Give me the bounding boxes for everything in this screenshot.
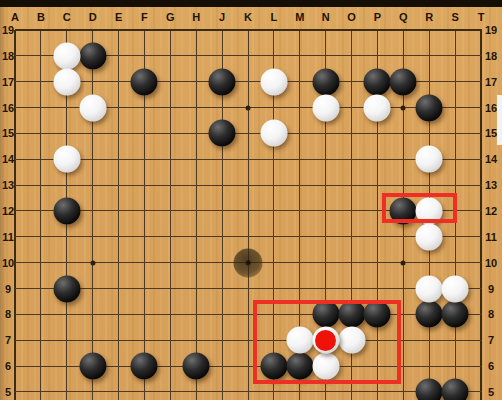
star-point [401, 105, 406, 110]
row-label-left: 13 [2, 180, 14, 191]
row-label-left: 9 [5, 283, 11, 294]
row-label-left: 11 [2, 231, 14, 242]
star-point [246, 261, 250, 265]
black-stone[interactable] [183, 353, 210, 380]
board-grid-line [15, 288, 482, 289]
white-stone[interactable] [364, 94, 391, 121]
board-grid-line [15, 29, 482, 31]
column-label: S [451, 12, 458, 23]
board-grid-line [15, 236, 482, 237]
black-stone[interactable] [364, 68, 391, 95]
white-stone[interactable] [260, 68, 287, 95]
highlight-rectangle [253, 300, 401, 384]
board-grid-line [15, 314, 482, 315]
black-stone[interactable] [53, 197, 80, 224]
white-stone[interactable] [442, 275, 469, 302]
column-label: H [192, 12, 200, 23]
ghost-stone[interactable] [234, 248, 263, 277]
column-label: Q [399, 12, 408, 23]
white-stone[interactable] [260, 120, 287, 147]
black-stone[interactable] [416, 378, 443, 400]
highlight-rectangle [382, 193, 457, 223]
black-stone[interactable] [209, 120, 236, 147]
column-label: J [219, 12, 225, 23]
board-grid-line [170, 30, 171, 400]
black-stone[interactable] [312, 68, 339, 95]
row-label-right: 6 [488, 361, 494, 372]
row-label-right: 10 [485, 257, 497, 268]
row-label-right: 15 [485, 128, 497, 139]
column-label: O [347, 12, 356, 23]
board-grid-line [15, 391, 482, 392]
row-label-left: 12 [2, 205, 14, 216]
board-grid-line [480, 30, 482, 400]
board-grid-line [15, 133, 482, 134]
column-label: D [89, 12, 97, 23]
board-grid-line [15, 340, 482, 341]
black-stone[interactable] [79, 353, 106, 380]
row-label-left: 5 [5, 386, 11, 397]
black-stone[interactable] [53, 275, 80, 302]
column-label: L [271, 12, 278, 23]
board-grid-line [92, 30, 93, 400]
row-label-left: 10 [2, 257, 14, 268]
row-label-right: 17 [485, 76, 497, 87]
right-edge-artifact [497, 95, 502, 145]
black-stone[interactable] [442, 301, 469, 328]
white-stone[interactable] [79, 94, 106, 121]
star-point [401, 260, 406, 265]
top-bar [0, 0, 502, 7]
row-label-left: 16 [2, 102, 14, 113]
board-grid-line [40, 30, 41, 400]
white-stone[interactable] [416, 223, 443, 250]
star-point [90, 260, 95, 265]
black-stone[interactable] [131, 353, 158, 380]
white-stone[interactable] [416, 146, 443, 173]
row-label-left: 19 [2, 25, 14, 36]
row-label-left: 18 [2, 50, 14, 61]
row-label-right: 9 [488, 283, 494, 294]
row-label-right: 8 [488, 309, 494, 320]
row-label-left: 17 [2, 76, 14, 87]
board-grid-line [118, 30, 119, 400]
row-label-right: 19 [485, 25, 497, 36]
column-label: T [478, 12, 485, 23]
row-label-right: 13 [485, 180, 497, 191]
black-stone[interactable] [79, 42, 106, 69]
column-label: N [322, 12, 330, 23]
white-stone[interactable] [416, 275, 443, 302]
board-grid-line [196, 30, 197, 400]
white-stone[interactable] [53, 42, 80, 69]
row-label-right: 16 [485, 102, 497, 113]
column-label: B [37, 12, 45, 23]
star-point [246, 105, 251, 110]
row-label-left: 8 [5, 309, 11, 320]
row-label-left: 6 [5, 361, 11, 372]
row-label-left: 15 [2, 128, 14, 139]
row-label-right: 11 [485, 231, 497, 242]
row-label-left: 14 [2, 154, 14, 165]
black-stone[interactable] [416, 301, 443, 328]
white-stone[interactable] [312, 94, 339, 121]
column-label: G [166, 12, 175, 23]
column-label: E [115, 12, 122, 23]
board-grid-line [14, 30, 16, 400]
board-grid-line [15, 159, 482, 160]
column-label: C [63, 12, 71, 23]
black-stone[interactable] [442, 378, 469, 400]
go-board[interactable]: ABCDEFGHJKLMNOPQRST191918181717161615151… [0, 0, 502, 400]
black-stone[interactable] [209, 68, 236, 95]
row-label-right: 5 [488, 386, 494, 397]
row-label-right: 14 [485, 154, 497, 165]
white-stone[interactable] [53, 68, 80, 95]
row-label-right: 7 [488, 335, 494, 346]
row-label-right: 18 [485, 50, 497, 61]
black-stone[interactable] [390, 68, 417, 95]
column-label: K [244, 12, 252, 23]
column-label: F [141, 12, 148, 23]
row-label-right: 12 [485, 205, 497, 216]
white-stone[interactable] [53, 146, 80, 173]
board-grid-line [15, 185, 482, 186]
board-grid-line [248, 30, 249, 400]
row-label-left: 7 [5, 335, 11, 346]
column-label: A [11, 12, 19, 23]
column-label: P [374, 12, 381, 23]
black-stone[interactable] [416, 94, 443, 121]
column-label: R [425, 12, 433, 23]
column-label: M [295, 12, 304, 23]
black-stone[interactable] [131, 68, 158, 95]
